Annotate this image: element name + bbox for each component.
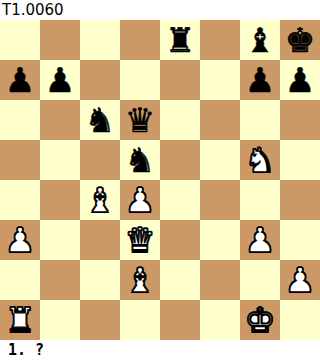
- move-prompt: 1. ?: [0, 340, 320, 360]
- square-c1[interactable]: [80, 300, 120, 340]
- square-a6[interactable]: [0, 100, 40, 140]
- black-pawn-b7: ♟: [45, 60, 75, 100]
- black-pawn-h7: ♟: [285, 60, 315, 100]
- square-h6[interactable]: [280, 100, 320, 140]
- square-d8[interactable]: [120, 20, 160, 60]
- square-e6[interactable]: [160, 100, 200, 140]
- square-c6[interactable]: ♞: [80, 100, 120, 140]
- square-c7[interactable]: [80, 60, 120, 100]
- square-f6[interactable]: [200, 100, 240, 140]
- square-c3[interactable]: [80, 220, 120, 260]
- white-pawn-a3: ♟: [5, 220, 35, 260]
- square-e8[interactable]: ♜: [160, 20, 200, 60]
- square-a5[interactable]: [0, 140, 40, 180]
- square-f5[interactable]: [200, 140, 240, 180]
- black-knight-c6: ♞: [85, 100, 115, 140]
- square-b3[interactable]: [40, 220, 80, 260]
- square-f4[interactable]: [200, 180, 240, 220]
- square-f3[interactable]: [200, 220, 240, 260]
- black-rook-e8: ♜: [165, 20, 195, 60]
- square-h7[interactable]: ♟: [280, 60, 320, 100]
- square-d6[interactable]: ♛: [120, 100, 160, 140]
- square-e5[interactable]: [160, 140, 200, 180]
- square-e4[interactable]: [160, 180, 200, 220]
- black-pawn-a7: ♟: [5, 60, 35, 100]
- square-c2[interactable]: [80, 260, 120, 300]
- square-d4[interactable]: ♟: [120, 180, 160, 220]
- white-pawn-d4: ♟: [125, 180, 155, 220]
- square-b8[interactable]: [40, 20, 80, 60]
- black-bishop-g8: ♝: [245, 20, 275, 60]
- white-rook-a1: ♜: [5, 300, 35, 340]
- black-knight-d5: ♞: [125, 140, 155, 180]
- chess-puzzle-window: T1.0060 ♜♝♚♟♟♟♟♞♛♞♞♝♟♟♛♟♝♟♜♚ 1. ?: [0, 0, 320, 360]
- square-a3[interactable]: ♟: [0, 220, 40, 260]
- square-h2[interactable]: ♟: [280, 260, 320, 300]
- square-b7[interactable]: ♟: [40, 60, 80, 100]
- square-h5[interactable]: [280, 140, 320, 180]
- square-d5[interactable]: ♞: [120, 140, 160, 180]
- square-a8[interactable]: [0, 20, 40, 60]
- puzzle-title: T1.0060: [0, 0, 320, 20]
- square-e2[interactable]: [160, 260, 200, 300]
- white-pawn-h2: ♟: [285, 260, 315, 300]
- square-g4[interactable]: [240, 180, 280, 220]
- white-bishop-c4: ♝: [85, 180, 115, 220]
- square-g6[interactable]: [240, 100, 280, 140]
- square-f2[interactable]: [200, 260, 240, 300]
- white-bishop-d2: ♝: [125, 260, 155, 300]
- square-g3[interactable]: ♟: [240, 220, 280, 260]
- square-h4[interactable]: [280, 180, 320, 220]
- white-knight-g5: ♞: [245, 140, 275, 180]
- square-d1[interactable]: [120, 300, 160, 340]
- square-c4[interactable]: ♝: [80, 180, 120, 220]
- square-d2[interactable]: ♝: [120, 260, 160, 300]
- square-b6[interactable]: [40, 100, 80, 140]
- chess-board: ♜♝♚♟♟♟♟♞♛♞♞♝♟♟♛♟♝♟♜♚: [0, 20, 320, 340]
- square-h8[interactable]: ♚: [280, 20, 320, 60]
- square-c8[interactable]: [80, 20, 120, 60]
- square-c5[interactable]: [80, 140, 120, 180]
- black-pawn-g7: ♟: [245, 60, 275, 100]
- square-b4[interactable]: [40, 180, 80, 220]
- square-g8[interactable]: ♝: [240, 20, 280, 60]
- square-a4[interactable]: [0, 180, 40, 220]
- square-f7[interactable]: [200, 60, 240, 100]
- black-king-h8: ♚: [285, 20, 315, 60]
- square-d3[interactable]: ♛: [120, 220, 160, 260]
- square-a2[interactable]: [0, 260, 40, 300]
- square-h1[interactable]: [280, 300, 320, 340]
- square-e3[interactable]: [160, 220, 200, 260]
- square-e1[interactable]: [160, 300, 200, 340]
- square-f1[interactable]: [200, 300, 240, 340]
- black-queen-d6: ♛: [125, 100, 155, 140]
- square-e7[interactable]: [160, 60, 200, 100]
- square-b1[interactable]: [40, 300, 80, 340]
- square-b5[interactable]: [40, 140, 80, 180]
- square-d7[interactable]: [120, 60, 160, 100]
- white-queen-d3: ♛: [125, 220, 155, 260]
- square-a7[interactable]: ♟: [0, 60, 40, 100]
- square-h3[interactable]: [280, 220, 320, 260]
- square-g5[interactable]: ♞: [240, 140, 280, 180]
- white-king-g1: ♚: [245, 300, 275, 340]
- white-pawn-g3: ♟: [245, 220, 275, 260]
- square-g1[interactable]: ♚: [240, 300, 280, 340]
- square-g2[interactable]: [240, 260, 280, 300]
- square-a1[interactable]: ♜: [0, 300, 40, 340]
- square-b2[interactable]: [40, 260, 80, 300]
- square-f8[interactable]: [200, 20, 240, 60]
- square-g7[interactable]: ♟: [240, 60, 280, 100]
